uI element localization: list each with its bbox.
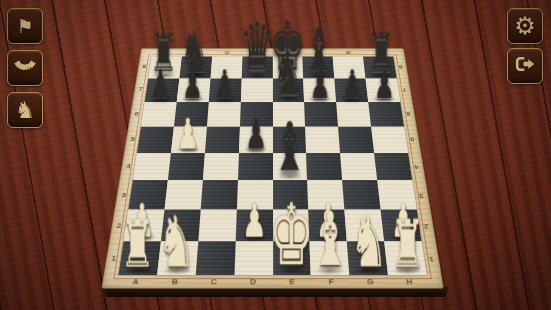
file-label-bottom-g: G bbox=[350, 275, 390, 286]
square-f4[interactable] bbox=[306, 152, 342, 180]
flag-button[interactable]: ⚑ bbox=[7, 8, 43, 44]
knight-button[interactable]: ♞ bbox=[7, 92, 43, 128]
square-e1[interactable]: ♚ bbox=[272, 241, 311, 275]
square-d8[interactable]: ♛ bbox=[241, 56, 272, 78]
square-d4[interactable] bbox=[237, 152, 272, 180]
square-a7[interactable]: ♟ bbox=[144, 78, 179, 101]
file-label-top-e: E bbox=[272, 48, 302, 55]
piece-black-pawn-c7[interactable]: ♟ bbox=[213, 63, 234, 103]
file-label-bottom-d: D bbox=[233, 275, 272, 286]
file-label-bottom-e: E bbox=[272, 275, 311, 286]
square-h7[interactable]: ♟ bbox=[365, 78, 400, 101]
exit-icon bbox=[513, 54, 537, 78]
square-h5[interactable] bbox=[371, 126, 408, 152]
square-g4[interactable] bbox=[340, 152, 377, 180]
square-a1[interactable]: ♜ bbox=[118, 241, 160, 275]
square-c6[interactable] bbox=[206, 101, 240, 126]
square-c7[interactable]: ♟ bbox=[208, 78, 241, 101]
square-f5[interactable] bbox=[305, 126, 340, 152]
square-a5[interactable] bbox=[137, 126, 174, 152]
flag-icon: ⚑ bbox=[16, 17, 33, 36]
chess-board: ABCDEFGH ABCDEFGH 87654321 87654321 ♜♞♛♚… bbox=[101, 48, 443, 288]
file-label-top-b: B bbox=[181, 48, 212, 55]
piece-white-knight-b1[interactable]: ♞ bbox=[157, 206, 195, 277]
square-c2[interactable] bbox=[197, 209, 235, 240]
square-d7[interactable] bbox=[240, 78, 272, 101]
handshake-icon bbox=[13, 56, 37, 80]
square-g6[interactable] bbox=[336, 101, 371, 126]
piece-black-pawn-g7[interactable]: ♟ bbox=[341, 63, 362, 103]
piece-white-king-e1[interactable]: ♚ bbox=[269, 192, 314, 277]
settings-button[interactable]: ⚙ bbox=[507, 8, 543, 44]
piece-white-bishop-f1[interactable]: ♝ bbox=[310, 202, 349, 276]
piece-black-pawn-h7[interactable]: ♟ bbox=[373, 63, 394, 103]
square-d2[interactable]: ♟ bbox=[235, 209, 272, 240]
file-label-top-a: A bbox=[150, 48, 181, 55]
square-b5[interactable]: ♟ bbox=[170, 126, 206, 152]
square-h6[interactable] bbox=[368, 101, 404, 126]
square-h4[interactable] bbox=[374, 152, 412, 180]
square-b1[interactable]: ♞ bbox=[156, 241, 197, 275]
square-g5[interactable] bbox=[338, 126, 374, 152]
square-c5[interactable] bbox=[204, 126, 239, 152]
square-f6[interactable] bbox=[304, 101, 338, 126]
square-f7[interactable]: ♟ bbox=[303, 78, 336, 101]
square-d5[interactable]: ♟ bbox=[238, 126, 272, 152]
file-label-top-h: H bbox=[362, 48, 393, 55]
piece-white-pawn-d2[interactable]: ♟ bbox=[241, 197, 266, 243]
square-h1[interactable]: ♜ bbox=[384, 241, 426, 275]
gear-icon: ⚙ bbox=[514, 14, 536, 38]
square-g1[interactable]: ♞ bbox=[347, 241, 388, 275]
piece-white-knight-g1[interactable]: ♞ bbox=[350, 206, 388, 277]
file-label-bottom-a: A bbox=[115, 275, 156, 286]
piece-white-rook-a1[interactable]: ♜ bbox=[119, 211, 154, 276]
file-label-bottom-f: F bbox=[311, 275, 351, 286]
piece-white-pawn-b5[interactable]: ♟ bbox=[176, 112, 198, 154]
exit-button[interactable] bbox=[507, 48, 543, 84]
file-label-top-c: C bbox=[211, 48, 242, 55]
square-d1[interactable] bbox=[233, 241, 272, 275]
square-a4[interactable] bbox=[132, 152, 170, 180]
square-c1[interactable] bbox=[195, 241, 235, 275]
piece-black-pawn-b7[interactable]: ♟ bbox=[181, 63, 202, 103]
square-e7[interactable]: ♞ bbox=[272, 78, 304, 101]
piece-white-rook-h1[interactable]: ♜ bbox=[390, 211, 425, 276]
file-labels-bottom: ABCDEFGH bbox=[115, 275, 429, 286]
file-label-bottom-h: H bbox=[389, 275, 430, 286]
file-label-top-f: F bbox=[302, 48, 333, 55]
square-f1[interactable]: ♝ bbox=[309, 241, 349, 275]
square-b4[interactable] bbox=[167, 152, 204, 180]
square-b7[interactable]: ♟ bbox=[176, 78, 210, 101]
piece-black-pawn-f7[interactable]: ♟ bbox=[309, 63, 330, 103]
file-label-bottom-b: B bbox=[154, 275, 194, 286]
square-e4[interactable]: ♝ bbox=[272, 152, 307, 180]
square-a6[interactable] bbox=[140, 101, 176, 126]
piece-black-pawn-a7[interactable]: ♟ bbox=[149, 63, 170, 103]
square-c4[interactable] bbox=[202, 152, 238, 180]
file-labels-top: ABCDEFGH bbox=[150, 48, 393, 55]
square-g7[interactable]: ♟ bbox=[334, 78, 368, 101]
knight-icon: ♞ bbox=[15, 99, 36, 122]
square-c3[interactable] bbox=[200, 180, 237, 210]
handshake-button[interactable] bbox=[7, 50, 43, 86]
wooden-table-background: ABCDEFGH ABCDEFGH 87654321 87654321 ♜♞♛♚… bbox=[0, 0, 551, 310]
file-label-bottom-c: C bbox=[193, 275, 233, 286]
file-label-top-g: G bbox=[332, 48, 363, 55]
board-grid: ♜♞♛♚♝♜♟♟♟♞♟♟♟♟♟♝♟♟♟♟♜♞♚♝♞♜ bbox=[117, 55, 428, 275]
piece-black-pawn-d5[interactable]: ♟ bbox=[244, 112, 266, 154]
piece-black-bishop-e4[interactable]: ♝ bbox=[272, 114, 308, 181]
file-label-top-d: D bbox=[242, 48, 272, 55]
board-scene: ABCDEFGH ABCDEFGH 87654321 87654321 ♜♞♛♚… bbox=[0, 0, 551, 310]
